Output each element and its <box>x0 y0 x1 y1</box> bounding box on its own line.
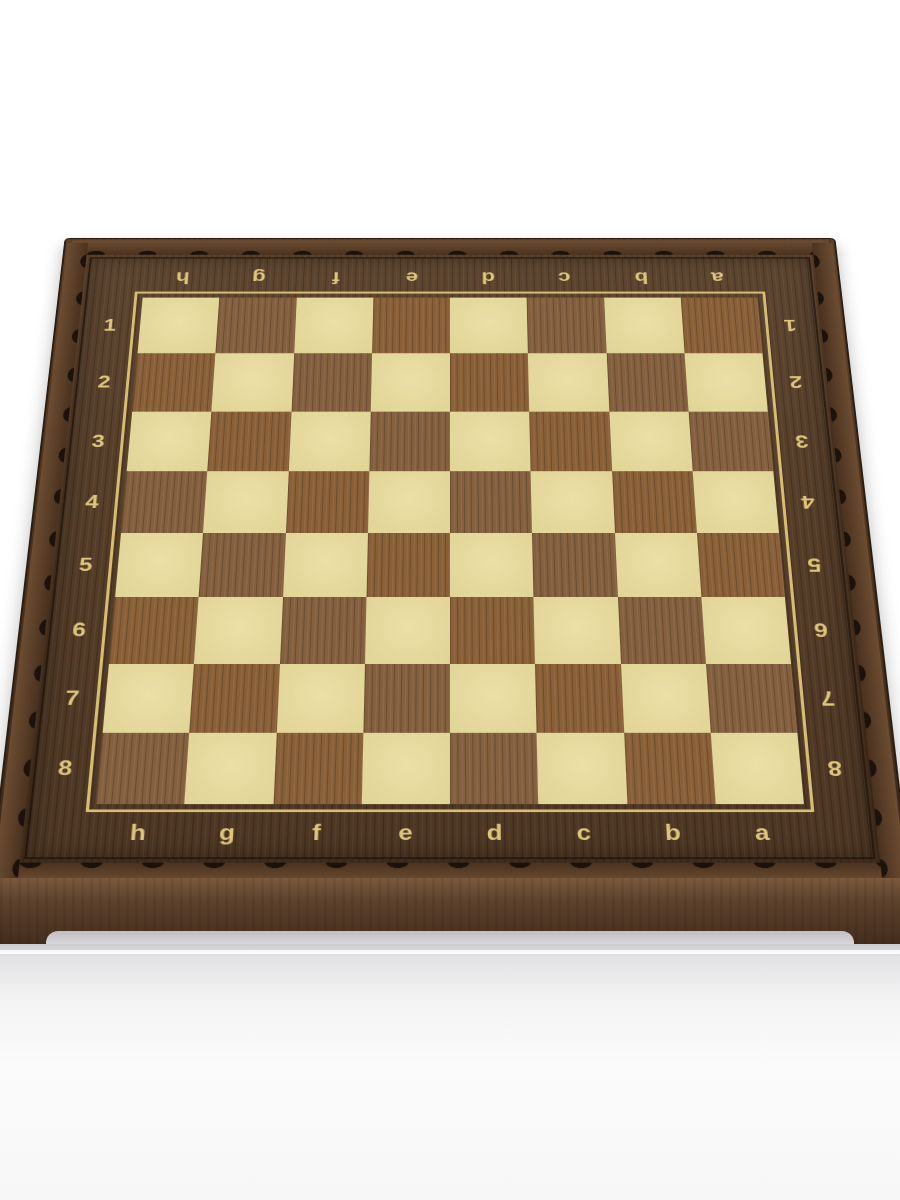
square-c8[interactable] <box>537 733 627 805</box>
square-d2[interactable] <box>450 353 529 411</box>
rank-label-right-5: 5 <box>794 533 835 597</box>
square-h4[interactable] <box>121 471 208 533</box>
rank-label-left-5: 5 <box>65 533 106 597</box>
square-c5[interactable] <box>532 533 617 597</box>
board-field: hgfedcba hgfedcba 12345678 12345678 <box>24 257 875 859</box>
file-label-far-b: b <box>602 267 680 288</box>
file-label-far-g: g <box>220 267 298 288</box>
square-d5[interactable] <box>450 533 534 597</box>
square-c3[interactable] <box>529 411 611 471</box>
square-c2[interactable] <box>528 353 609 411</box>
chess-board: hgfedcba hgfedcba 12345678 12345678 <box>0 238 900 887</box>
square-e5[interactable] <box>366 533 450 597</box>
square-g6[interactable] <box>194 597 282 663</box>
square-a3[interactable] <box>688 411 773 471</box>
square-h3[interactable] <box>127 411 212 471</box>
square-b8[interactable] <box>624 733 716 805</box>
board-frame: hgfedcba hgfedcba 12345678 12345678 <box>0 238 900 887</box>
square-d8[interactable] <box>450 733 538 805</box>
file-label-far-a: a <box>678 267 756 288</box>
square-b5[interactable] <box>615 533 702 597</box>
square-b6[interactable] <box>617 597 705 663</box>
file-label-near-g: g <box>182 818 273 847</box>
table-surface <box>0 944 900 1200</box>
square-e8[interactable] <box>362 733 450 805</box>
rank-label-right-6: 6 <box>800 597 842 663</box>
square-d4[interactable] <box>450 471 532 533</box>
rank-label-left-2: 2 <box>85 353 123 411</box>
file-label-near-b: b <box>628 818 719 847</box>
square-f6[interactable] <box>279 597 366 663</box>
rank-label-left-4: 4 <box>72 471 112 533</box>
square-d1[interactable] <box>450 298 528 354</box>
file-label-near-a: a <box>716 818 807 847</box>
square-h8[interactable] <box>96 733 189 805</box>
table-edge-highlight <box>0 950 900 954</box>
rank-label-right-4: 4 <box>788 471 828 533</box>
square-g1[interactable] <box>216 298 297 354</box>
rank-label-left-8: 8 <box>43 733 86 805</box>
square-f4[interactable] <box>286 471 370 533</box>
board-base-cutout <box>46 931 854 944</box>
square-g7[interactable] <box>189 664 279 733</box>
square-c4[interactable] <box>531 471 615 533</box>
rank-label-left-7: 7 <box>51 664 94 733</box>
file-label-far-e: e <box>373 267 450 288</box>
file-label-far-d: d <box>450 267 527 288</box>
square-c6[interactable] <box>534 597 621 663</box>
frame-carving-far <box>70 240 830 254</box>
square-d6[interactable] <box>450 597 535 663</box>
square-b7[interactable] <box>621 664 711 733</box>
square-b1[interactable] <box>604 298 685 354</box>
rank-label-right-7: 7 <box>807 664 850 733</box>
square-h2[interactable] <box>132 353 215 411</box>
file-label-near-f: f <box>271 818 361 847</box>
file-label-far-f: f <box>297 267 374 288</box>
square-e4[interactable] <box>368 471 450 533</box>
square-b4[interactable] <box>612 471 697 533</box>
square-h1[interactable] <box>138 298 220 354</box>
square-e2[interactable] <box>371 353 450 411</box>
rank-label-right-8: 8 <box>813 733 856 805</box>
square-b2[interactable] <box>606 353 688 411</box>
square-a6[interactable] <box>701 597 791 663</box>
square-f2[interactable] <box>291 353 372 411</box>
square-d7[interactable] <box>450 664 537 733</box>
square-d3[interactable] <box>450 411 531 471</box>
board-grid <box>96 298 804 805</box>
rank-label-right-2: 2 <box>777 353 815 411</box>
file-label-near-d: d <box>450 818 539 847</box>
square-f1[interactable] <box>294 298 373 354</box>
file-label-near-e: e <box>361 818 450 847</box>
square-a1[interactable] <box>681 298 763 354</box>
square-g2[interactable] <box>212 353 294 411</box>
square-e3[interactable] <box>369 411 450 471</box>
rank-label-right-1: 1 <box>771 298 809 354</box>
square-g8[interactable] <box>185 733 277 805</box>
rank-label-left-6: 6 <box>58 597 100 663</box>
square-c1[interactable] <box>527 298 606 354</box>
square-e1[interactable] <box>372 298 450 354</box>
file-label-far-c: c <box>526 267 603 288</box>
square-g4[interactable] <box>203 471 288 533</box>
square-h6[interactable] <box>109 597 199 663</box>
square-b3[interactable] <box>609 411 693 471</box>
file-label-near-h: h <box>92 818 183 847</box>
rank-label-left-1: 1 <box>91 298 129 354</box>
square-f8[interactable] <box>273 733 363 805</box>
square-a4[interactable] <box>692 471 779 533</box>
board-base-apron <box>0 878 900 944</box>
file-label-far-h: h <box>144 267 222 288</box>
square-a7[interactable] <box>706 664 798 733</box>
square-g5[interactable] <box>199 533 286 597</box>
photo-scene: hgfedcba hgfedcba 12345678 12345678 <box>0 0 900 1200</box>
rank-label-right-3: 3 <box>782 411 821 471</box>
square-a2[interactable] <box>684 353 767 411</box>
square-h5[interactable] <box>115 533 203 597</box>
file-labels-far: hgfedcba <box>144 267 757 288</box>
square-a5[interactable] <box>697 533 785 597</box>
square-f7[interactable] <box>276 664 364 733</box>
square-h7[interactable] <box>103 664 195 733</box>
square-c7[interactable] <box>535 664 623 733</box>
file-labels-near: hgfedcba <box>92 818 808 847</box>
square-g3[interactable] <box>208 411 292 471</box>
square-f5[interactable] <box>283 533 368 597</box>
square-f3[interactable] <box>288 411 370 471</box>
square-e6[interactable] <box>365 597 450 663</box>
square-e7[interactable] <box>363 664 450 733</box>
rank-label-left-3: 3 <box>79 411 118 471</box>
file-label-near-c: c <box>539 818 629 847</box>
square-a8[interactable] <box>711 733 804 805</box>
